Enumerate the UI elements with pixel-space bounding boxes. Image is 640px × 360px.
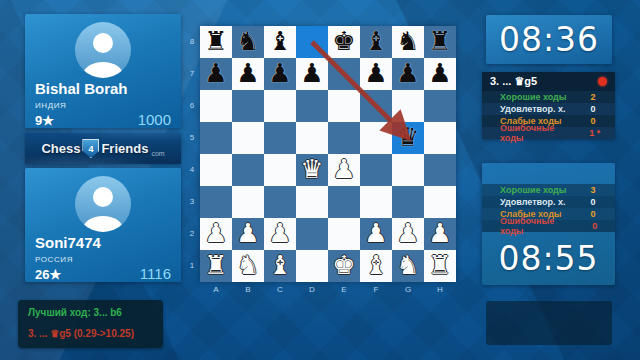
move-stats-panel: 3. ... ♛g5 Хорошие ходы 2 Удовлетвор. х.… [482,72,615,139]
square-d3[interactable] [296,186,328,218]
square-a3[interactable] [200,186,232,218]
white-bishop: ♝ [264,250,296,282]
white-pawn: ♟ [360,218,392,250]
white-pawn: ♟ [392,218,424,250]
black-knight: ♞ [232,26,264,58]
square-b4[interactable] [232,154,264,186]
square-a6[interactable] [200,90,232,122]
clock-bottom: 08:55 [482,235,615,281]
square-d4[interactable]: ♛ [296,154,328,186]
file-label-c: C [264,283,296,297]
white-pawn: ♟ [232,218,264,250]
opponent-stats-panel: Хорошие ходы 3 Удовлетвор. х. 0 Слабые х… [482,163,615,285]
white-rook: ♜ [424,250,456,282]
player-stars: 9★ [35,113,54,128]
square-h8[interactable]: ♜ [424,26,456,58]
black-rook: ♜ [424,26,456,58]
square-e6[interactable] [328,90,360,122]
white-rook: ♜ [200,250,232,282]
rank-label-3: 3 [186,186,198,218]
black-pawn: ♟ [360,58,392,90]
square-b1[interactable]: ♞ [232,250,264,282]
square-h2[interactable]: ♟ [424,218,456,250]
black-king: ♚ [328,26,360,58]
square-d8[interactable] [296,26,328,58]
square-g8[interactable]: ♞ [392,26,424,58]
square-f1[interactable]: ♝ [360,250,392,282]
stat-label: Удовлетвор. х. [500,197,565,207]
recording-dot-icon [598,77,607,86]
rank-label-5: 5 [186,122,198,154]
black-pawn: ♟ [424,58,456,90]
square-a1[interactable]: ♜ [200,250,232,282]
square-e4[interactable]: ♟ [328,154,360,186]
square-b6[interactable] [232,90,264,122]
square-h3[interactable] [424,186,456,218]
avatar-head [93,33,113,53]
chess4friends-logo[interactable]: Chess 4 Friends com [25,133,181,164]
logo-tld: com [151,150,164,157]
square-e8[interactable]: ♚ [328,26,360,58]
player-card-bottom: Soni7474 РОССИЯ 26★ 1116 [25,168,181,282]
file-label-h: H [424,283,456,297]
white-pawn: ♟ [328,154,360,186]
logo-part2: Friends [101,141,148,156]
player-card-top: Bishal Borah ИНДИЯ 9★ 1000 [25,14,181,128]
stat-row-satisfactory: Удовлетвор. х. 0 [482,196,615,208]
black-pawn: ♟ [200,58,232,90]
square-c1[interactable]: ♝ [264,250,296,282]
stat-row-mistake: Ошибочные ходы 0 [482,220,615,232]
player-rating: 1000 [138,111,171,128]
white-queen: ♛ [296,154,328,186]
square-g7[interactable]: ♟ [392,58,424,90]
stat-value: 3 [571,185,615,195]
square-b5[interactable] [232,122,264,154]
stat-value: 0 [571,116,615,126]
rank-label-6: 6 [186,90,198,122]
file-labels: ABCDEFGH [200,283,456,297]
square-c8[interactable]: ♝ [264,26,296,58]
file-label-b: B [232,283,264,297]
square-g2[interactable]: ♟ [392,218,424,250]
white-knight: ♞ [392,250,424,282]
clock-bottom-time: 08:55 [498,239,598,278]
black-pawn: ♟ [392,58,424,90]
square-a5[interactable] [200,122,232,154]
rank-label-4: 4 [186,154,198,186]
square-c7[interactable]: ♟ [264,58,296,90]
square-a7[interactable]: ♟ [200,58,232,90]
square-b2[interactable]: ♟ [232,218,264,250]
square-f8[interactable]: ♝ [360,26,392,58]
square-b8[interactable]: ♞ [232,26,264,58]
clock-top: 08:36 [486,15,612,64]
square-g4[interactable] [392,154,424,186]
stat-value: 0 [571,209,615,219]
black-pawn: ♟ [296,58,328,90]
square-c3[interactable] [264,186,296,218]
avatar [75,22,131,78]
best-move-text: Лучший ход: 3... b6 [28,307,122,318]
rank-labels: 87654321 [186,26,198,282]
square-b7[interactable]: ♟ [232,58,264,90]
rank-label-8: 8 [186,26,198,58]
current-move-label: 3. ... ♛g5 [490,75,537,88]
square-e1[interactable]: ♚ [328,250,360,282]
stat-value: 0 [571,104,615,114]
square-b3[interactable] [232,186,264,218]
square-f3[interactable] [360,186,392,218]
square-g5[interactable]: ♛ [392,122,424,154]
black-queen: ♛ [392,122,424,154]
avatar-head [93,187,113,207]
avatar [75,176,131,232]
square-c5[interactable] [264,122,296,154]
stat-row-good: Хорошие ходы 3 [482,184,615,196]
square-g3[interactable] [392,186,424,218]
rank-label-1: 1 [186,250,198,282]
square-h1[interactable]: ♜ [424,250,456,282]
stat-label: Удовлетвор. х. [500,104,565,114]
clock-top-time: 08:36 [499,20,599,59]
square-g1[interactable]: ♞ [392,250,424,282]
square-d5[interactable] [296,122,328,154]
black-rook: ♜ [200,26,232,58]
square-f7[interactable]: ♟ [360,58,392,90]
stat-value: 0 [574,221,615,231]
player-country: РОССИЯ [35,255,73,264]
file-label-f: F [360,283,392,297]
avatar-shoulders [83,216,123,232]
square-h7[interactable]: ♟ [424,58,456,90]
stat-label: Хорошие ходы [500,92,566,102]
white-pawn: ♟ [424,218,456,250]
square-h6[interactable] [424,90,456,122]
stat-value: 0 [571,197,615,207]
square-c6[interactable] [264,90,296,122]
stat-label: Ошибочные ходы [500,123,574,143]
square-a4[interactable] [200,154,232,186]
played-move-text: 3. ... ♛g5 (0.29->10.25) [28,328,134,339]
square-e7[interactable] [328,58,360,90]
black-bishop: ♝ [360,26,392,58]
square-d2[interactable] [296,218,328,250]
logo-part1: Chess [41,141,80,156]
file-label-e: E [328,283,360,297]
player-name: Soni7474 [35,234,101,251]
app-window: Bishal Borah ИНДИЯ 9★ 1000 Chess 4 Frien… [0,0,640,360]
square-a8[interactable]: ♜ [200,26,232,58]
square-h5[interactable] [424,122,456,154]
black-bishop: ♝ [264,26,296,58]
rank-label-2: 2 [186,218,198,250]
player-name: Bishal Borah [35,80,128,97]
square-d1[interactable] [296,250,328,282]
file-label-g: G [392,283,424,297]
black-pawn: ♟ [232,58,264,90]
stat-value: 2 [571,92,615,102]
black-knight: ♞ [392,26,424,58]
square-c4[interactable] [264,154,296,186]
analysis-panel: Лучший ход: 3... b6 3. ... ♛g5 (0.29->10… [18,300,163,348]
player-stars: 26★ [35,267,61,282]
black-pawn: ♟ [264,58,296,90]
white-pawn: ♟ [264,218,296,250]
white-pawn: ♟ [200,218,232,250]
square-f5[interactable] [360,122,392,154]
square-f2[interactable]: ♟ [360,218,392,250]
square-d7[interactable]: ♟ [296,58,328,90]
square-e2[interactable] [328,218,360,250]
player-country: ИНДИЯ [35,101,66,110]
stat-value: 1 * [574,128,615,138]
square-g6[interactable] [392,90,424,122]
stat-label: Ошибочные ходы [500,216,574,236]
avatar-shoulders [83,62,123,78]
square-d6[interactable] [296,90,328,122]
stat-row-satisfactory: Удовлетвор. х. 0 [482,103,615,115]
square-e3[interactable] [328,186,360,218]
square-a2[interactable]: ♟ [200,218,232,250]
file-label-d: D [296,283,328,297]
square-f6[interactable] [360,90,392,122]
bottom-right-panel [486,301,612,345]
stat-label: Хорошие ходы [500,185,566,195]
chess-board[interactable]: ♜♞♝♚♝♞♜♟♟♟♟♟♟♟♛♛♟♟♟♟♟♟♟♜♞♝♚♝♞♜ [200,26,456,282]
white-knight: ♞ [232,250,264,282]
white-king: ♚ [328,250,360,282]
square-e5[interactable] [328,122,360,154]
file-label-a: A [200,283,232,297]
rank-label-7: 7 [186,58,198,90]
square-c2[interactable]: ♟ [264,218,296,250]
square-f4[interactable] [360,154,392,186]
stat-row-mistake: Ошибочные ходы 1 * [482,127,615,139]
logo-shield-icon: 4 [82,139,99,158]
player-rating: 1116 [140,265,171,282]
stat-row-good: Хорошие ходы 2 [482,91,615,103]
square-h4[interactable] [424,154,456,186]
white-bishop: ♝ [360,250,392,282]
